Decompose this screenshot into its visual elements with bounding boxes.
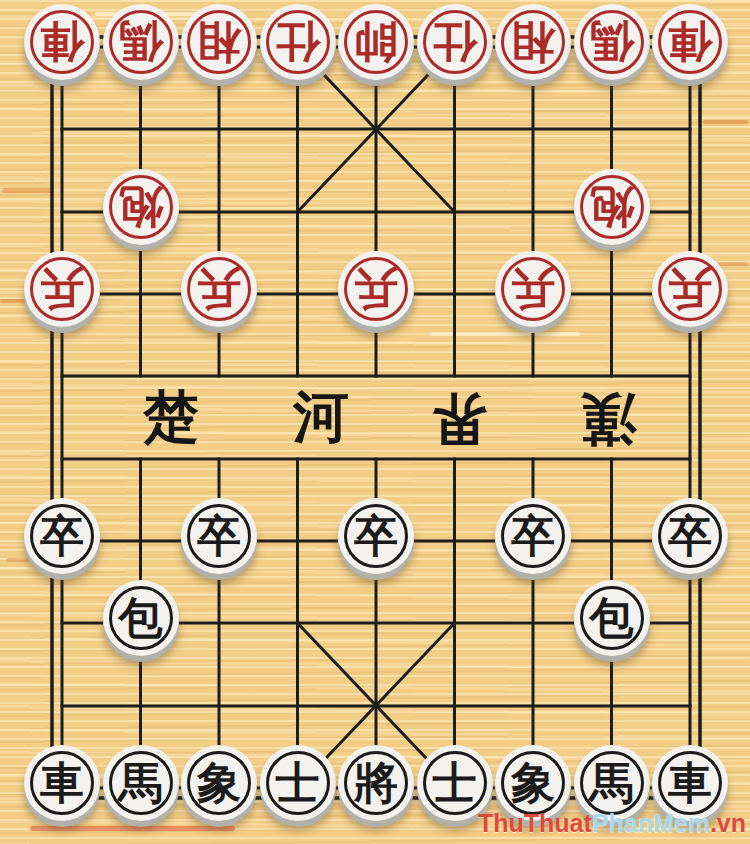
piece-glyph: 帥 <box>338 4 414 80</box>
piece-red-soldier[interactable]: 兵 <box>495 251 571 327</box>
piece-black-soldier[interactable]: 卒 <box>181 498 257 574</box>
piece-glyph: 炮 <box>574 169 650 245</box>
watermark-part2: PhanMem <box>592 809 710 837</box>
piece-red-soldier[interactable]: 兵 <box>24 251 100 327</box>
watermark-part1: ThuThuat <box>478 809 592 837</box>
piece-red-horse[interactable]: 傌 <box>574 4 650 80</box>
piece-glyph: 車 <box>24 745 100 821</box>
piece-glyph: 象 <box>181 745 257 821</box>
piece-glyph: 卒 <box>495 498 571 574</box>
piece-black-advisor[interactable]: 士 <box>260 745 336 821</box>
piece-red-general[interactable]: 帥 <box>338 4 414 80</box>
xiangqi-board: 楚 河 漢 界 俥傌相仕帥仕相傌俥炮炮兵兵兵兵兵卒卒卒卒卒包包車馬象士將士象馬車… <box>0 0 750 844</box>
piece-red-advisor[interactable]: 仕 <box>417 4 493 80</box>
piece-red-elephant[interactable]: 相 <box>495 4 571 80</box>
piece-glyph: 包 <box>103 580 179 656</box>
piece-black-chariot[interactable]: 車 <box>24 745 100 821</box>
piece-glyph: 包 <box>574 580 650 656</box>
piece-glyph: 卒 <box>338 498 414 574</box>
piece-glyph: 相 <box>181 4 257 80</box>
piece-glyph: 炮 <box>103 169 179 245</box>
piece-black-general[interactable]: 將 <box>338 745 414 821</box>
piece-red-soldier[interactable]: 兵 <box>181 251 257 327</box>
piece-glyph: 兵 <box>652 251 728 327</box>
piece-glyph: 仕 <box>260 4 336 80</box>
piece-glyph: 卒 <box>652 498 728 574</box>
piece-red-soldier[interactable]: 兵 <box>652 251 728 327</box>
piece-glyph: 馬 <box>103 745 179 821</box>
watermark: ThuThuatPhanMem.vn <box>478 809 746 838</box>
piece-red-chariot[interactable]: 俥 <box>652 4 728 80</box>
piece-glyph: 卒 <box>24 498 100 574</box>
piece-glyph: 卒 <box>181 498 257 574</box>
piece-black-cannon[interactable]: 包 <box>103 580 179 656</box>
piece-red-soldier[interactable]: 兵 <box>338 251 414 327</box>
piece-glyph: 傌 <box>574 4 650 80</box>
piece-glyph: 兵 <box>24 251 100 327</box>
piece-black-elephant[interactable]: 象 <box>181 745 257 821</box>
piece-glyph: 俥 <box>24 4 100 80</box>
piece-black-soldier[interactable]: 卒 <box>338 498 414 574</box>
piece-red-advisor[interactable]: 仕 <box>260 4 336 80</box>
piece-red-cannon[interactable]: 炮 <box>103 169 179 245</box>
piece-glyph: 傌 <box>103 4 179 80</box>
piece-glyph: 俥 <box>652 4 728 80</box>
piece-glyph: 兵 <box>181 251 257 327</box>
watermark-part3: .vn <box>710 809 746 837</box>
piece-glyph: 兵 <box>338 251 414 327</box>
piece-red-cannon[interactable]: 炮 <box>574 169 650 245</box>
piece-red-elephant[interactable]: 相 <box>181 4 257 80</box>
piece-red-horse[interactable]: 傌 <box>103 4 179 80</box>
piece-black-soldier[interactable]: 卒 <box>495 498 571 574</box>
piece-glyph: 相 <box>495 4 571 80</box>
piece-glyph: 兵 <box>495 251 571 327</box>
piece-black-soldier[interactable]: 卒 <box>24 498 100 574</box>
pieces-layer: 俥傌相仕帥仕相傌俥炮炮兵兵兵兵兵卒卒卒卒卒包包車馬象士將士象馬車 <box>0 0 750 844</box>
piece-red-chariot[interactable]: 俥 <box>24 4 100 80</box>
piece-black-horse[interactable]: 馬 <box>103 745 179 821</box>
piece-black-soldier[interactable]: 卒 <box>652 498 728 574</box>
piece-glyph: 士 <box>260 745 336 821</box>
piece-glyph: 將 <box>338 745 414 821</box>
piece-glyph: 仕 <box>417 4 493 80</box>
piece-black-cannon[interactable]: 包 <box>574 580 650 656</box>
